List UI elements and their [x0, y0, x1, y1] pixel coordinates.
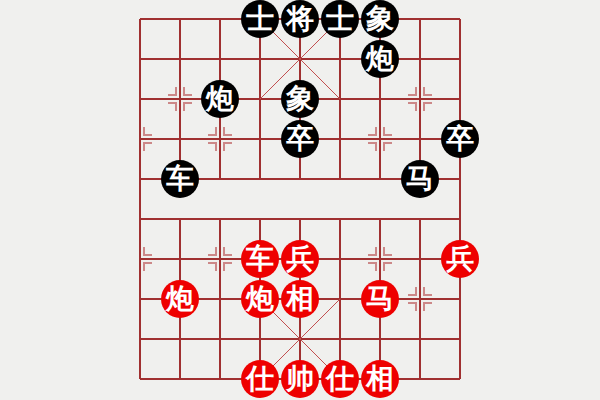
red-cannon[interactable]: 炮 — [241, 280, 279, 318]
red-soldier[interactable]: 兵 — [281, 240, 319, 278]
red-general[interactable]: 帅 — [281, 360, 319, 398]
red-advisor[interactable]: 仕 — [241, 360, 279, 398]
black-soldier[interactable]: 卒 — [281, 120, 319, 158]
xiangqi-app: { "game": "xiangqi", "position": "3akab2… — [0, 0, 600, 400]
black-general[interactable]: 将 — [281, 0, 319, 38]
black-elephant[interactable]: 象 — [281, 80, 319, 118]
red-elephant[interactable]: 相 — [361, 360, 399, 398]
red-advisor[interactable]: 仕 — [321, 360, 359, 398]
black-advisor[interactable]: 士 — [241, 0, 279, 38]
black-advisor[interactable]: 士 — [321, 0, 359, 38]
black-cannon[interactable]: 炮 — [201, 80, 239, 118]
red-horse[interactable]: 马 — [361, 280, 399, 318]
pieces-layer: 士将士象炮炮象卒卒车马车兵兵炮炮相马仕帅仕相 — [120, 0, 480, 399]
black-horse[interactable]: 马 — [401, 160, 439, 198]
black-chariot[interactable]: 车 — [161, 160, 199, 198]
red-cannon[interactable]: 炮 — [161, 280, 199, 318]
black-elephant[interactable]: 象 — [361, 0, 399, 38]
black-cannon[interactable]: 炮 — [361, 40, 399, 78]
red-soldier[interactable]: 兵 — [441, 240, 479, 278]
red-chariot[interactable]: 车 — [241, 240, 279, 278]
red-elephant[interactable]: 相 — [281, 280, 319, 318]
black-soldier[interactable]: 卒 — [441, 120, 479, 158]
